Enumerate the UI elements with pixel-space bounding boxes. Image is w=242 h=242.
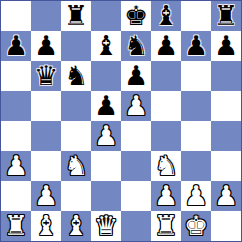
square-f6[interactable] [151,61,181,91]
square-g3[interactable] [181,151,211,181]
square-c6[interactable]: ♞ [61,61,91,91]
square-c3[interactable]: ♞ [61,151,91,181]
white-pawn-piece[interactable]: ♟ [34,182,58,209]
square-e8[interactable]: ♚ [121,1,151,31]
square-c7[interactable] [61,31,91,61]
square-d5[interactable]: ♟ [91,91,121,121]
square-b4[interactable] [31,121,61,151]
black-pawn-piece[interactable]: ♟ [184,32,208,59]
square-e4[interactable] [121,121,151,151]
square-g7[interactable]: ♟ [181,31,211,61]
square-c4[interactable] [61,121,91,151]
white-queen-piece[interactable]: ♛ [94,212,118,239]
square-c5[interactable] [61,91,91,121]
square-a8[interactable] [1,1,31,31]
square-d7[interactable]: ♝ [91,31,121,61]
black-knight-piece[interactable]: ♞ [124,32,148,59]
square-b2[interactable]: ♟ [31,181,61,211]
square-h5[interactable] [211,91,241,121]
square-b5[interactable] [31,91,61,121]
white-pawn-piece[interactable]: ♟ [94,122,118,149]
square-d3[interactable] [91,151,121,181]
white-pawn-piece[interactable]: ♟ [184,182,208,209]
square-f3[interactable]: ♞ [151,151,181,181]
black-king-piece[interactable]: ♚ [124,2,148,29]
square-e2[interactable] [121,181,151,211]
black-queen-piece[interactable]: ♛ [34,62,58,89]
square-d4[interactable]: ♟ [91,121,121,151]
square-a1[interactable]: ♜ [1,211,31,241]
square-e3[interactable] [121,151,151,181]
square-e1[interactable] [121,211,151,241]
square-b8[interactable] [31,1,61,31]
square-f8[interactable]: ♝ [151,1,181,31]
square-c8[interactable]: ♜ [61,1,91,31]
square-h2[interactable]: ♟ [211,181,241,211]
square-e7[interactable]: ♞ [121,31,151,61]
white-pawn-piece[interactable]: ♟ [214,182,238,209]
square-e5[interactable]: ♟ [121,91,151,121]
square-f7[interactable]: ♟ [151,31,181,61]
white-bishop-piece[interactable]: ♝ [64,212,88,239]
square-a7[interactable]: ♟ [1,31,31,61]
square-g2[interactable]: ♟ [181,181,211,211]
black-pawn-piece[interactable]: ♟ [34,32,58,59]
square-e6[interactable]: ♟ [121,61,151,91]
square-a3[interactable]: ♟ [1,151,31,181]
white-pawn-piece[interactable]: ♟ [4,152,28,179]
square-h6[interactable] [211,61,241,91]
square-h7[interactable]: ♟ [211,31,241,61]
black-bishop-piece[interactable]: ♝ [154,2,178,29]
chess-board: ♜♚♝♜♟♟♝♞♟♟♟♛♞♟♟♟♟♟♞♞♟♟♟♟♜♝♝♛♜♚ [0,0,242,242]
square-h3[interactable] [211,151,241,181]
white-pawn-piece[interactable]: ♟ [154,182,178,209]
square-g6[interactable] [181,61,211,91]
square-g4[interactable] [181,121,211,151]
black-knight-piece[interactable]: ♞ [64,62,88,89]
square-d1[interactable]: ♛ [91,211,121,241]
square-b6[interactable]: ♛ [31,61,61,91]
white-rook-piece[interactable]: ♜ [4,212,28,239]
white-pawn-piece[interactable]: ♟ [124,92,148,119]
square-d6[interactable] [91,61,121,91]
square-c2[interactable] [61,181,91,211]
square-g8[interactable] [181,1,211,31]
square-f2[interactable]: ♟ [151,181,181,211]
white-rook-piece[interactable]: ♜ [154,212,178,239]
black-pawn-piece[interactable]: ♟ [154,32,178,59]
square-h4[interactable] [211,121,241,151]
white-bishop-piece[interactable]: ♝ [34,212,58,239]
square-h8[interactable]: ♜ [211,1,241,31]
square-b7[interactable]: ♟ [31,31,61,61]
square-c1[interactable]: ♝ [61,211,91,241]
square-d8[interactable] [91,1,121,31]
square-f4[interactable] [151,121,181,151]
white-knight-piece[interactable]: ♞ [64,152,88,179]
black-pawn-piece[interactable]: ♟ [214,32,238,59]
square-a4[interactable] [1,121,31,151]
black-rook-piece[interactable]: ♜ [64,2,88,29]
square-h1[interactable] [211,211,241,241]
square-a6[interactable] [1,61,31,91]
black-pawn-piece[interactable]: ♟ [94,92,118,119]
square-d2[interactable] [91,181,121,211]
square-g5[interactable] [181,91,211,121]
square-a2[interactable] [1,181,31,211]
black-rook-piece[interactable]: ♜ [214,2,238,29]
black-bishop-piece[interactable]: ♝ [94,32,118,59]
square-f1[interactable]: ♜ [151,211,181,241]
white-king-piece[interactable]: ♚ [184,212,208,239]
square-g1[interactable]: ♚ [181,211,211,241]
square-a5[interactable] [1,91,31,121]
white-knight-piece[interactable]: ♞ [154,152,178,179]
black-pawn-piece[interactable]: ♟ [124,62,148,89]
square-b3[interactable] [31,151,61,181]
square-f5[interactable] [151,91,181,121]
black-pawn-piece[interactable]: ♟ [4,32,28,59]
square-b1[interactable]: ♝ [31,211,61,241]
